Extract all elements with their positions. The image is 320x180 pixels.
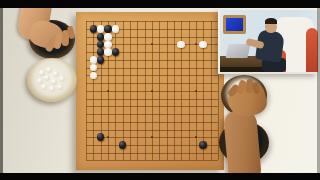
white-stone-in-bowl	[59, 76, 65, 82]
white-stone-in-bowl	[51, 79, 57, 85]
go-board	[76, 12, 224, 170]
star-point	[107, 90, 109, 92]
grid-line-vertical	[174, 21, 175, 160]
player-arm-bottom-right	[223, 109, 262, 180]
white-stone	[90, 72, 98, 80]
white-stone-in-bowl	[57, 84, 63, 90]
white-stone	[177, 41, 185, 49]
star-point	[151, 90, 153, 92]
grid-line-horizontal	[86, 160, 218, 161]
grid-line-horizontal	[86, 145, 218, 146]
white-stone-in-bowl	[49, 86, 55, 92]
white-stone-in-bowl	[37, 78, 43, 84]
grid-line-horizontal	[86, 106, 218, 107]
grid-line-vertical	[159, 21, 160, 160]
letterbox-bar-top	[0, 0, 320, 8]
grid-line-horizontal	[86, 122, 218, 123]
black-stone	[199, 141, 207, 149]
white-stone	[90, 56, 98, 64]
grid-line-vertical	[189, 21, 190, 160]
grid-line-horizontal	[86, 114, 218, 115]
black-stone	[97, 133, 105, 141]
white-stone-in-bowl	[46, 67, 52, 73]
white-stone	[104, 48, 112, 56]
white-stone	[199, 41, 207, 49]
star-point	[195, 90, 197, 92]
frame-edge-left	[0, 8, 3, 173]
blue-monitor-screen	[226, 18, 243, 31]
black-stone	[112, 48, 120, 56]
grid-line-horizontal	[86, 99, 218, 100]
grid-line-horizontal	[86, 153, 218, 154]
video-frame	[0, 0, 320, 180]
white-stone	[112, 25, 120, 33]
black-stone	[90, 25, 98, 33]
white-stone-in-bowl	[41, 84, 47, 90]
white-stone-in-bowl	[53, 71, 59, 77]
commentator-video-inset	[218, 10, 318, 74]
letterbox-bar-bottom	[0, 173, 320, 180]
commentator-hair	[265, 18, 277, 24]
white-stone-in-bowl	[44, 75, 50, 81]
black-stone	[104, 25, 112, 33]
white-stone	[104, 33, 112, 41]
white-stone	[90, 64, 98, 72]
grid-line-vertical	[211, 21, 212, 160]
white-stone-bowl-left	[27, 58, 77, 102]
black-stone	[119, 141, 127, 149]
black-stone	[97, 56, 105, 64]
grid-line-vertical	[167, 21, 168, 160]
laptop	[226, 44, 251, 58]
white-stone	[104, 41, 112, 49]
grid-line-horizontal	[86, 130, 218, 131]
